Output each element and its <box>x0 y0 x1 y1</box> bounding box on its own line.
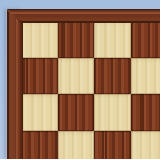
board-frame-top-rail <box>7 9 160 23</box>
board-square <box>21 94 58 131</box>
board-grid <box>21 21 160 159</box>
board-square <box>94 94 131 131</box>
board-square <box>131 131 161 160</box>
board-square <box>94 58 131 95</box>
board-square <box>58 131 95 160</box>
board-frame-left-rail <box>7 9 23 159</box>
board-square <box>58 94 95 131</box>
chessboard-product-photo <box>0 0 160 159</box>
board-square <box>94 21 131 58</box>
board-square <box>58 58 95 95</box>
board-square <box>131 21 161 58</box>
board-square <box>21 21 58 58</box>
board-square <box>131 58 161 95</box>
board-square <box>21 131 58 160</box>
board-square <box>58 21 95 58</box>
board-square <box>21 58 58 95</box>
board-square <box>131 94 161 131</box>
board-square <box>94 131 131 160</box>
